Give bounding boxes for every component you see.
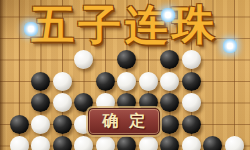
white-stone bbox=[139, 72, 158, 91]
black-stone bbox=[117, 136, 136, 150]
black-stone bbox=[117, 50, 136, 69]
white-stone bbox=[10, 136, 29, 150]
white-stone bbox=[182, 93, 201, 112]
white-stone bbox=[31, 115, 50, 134]
white-stone bbox=[31, 136, 50, 150]
black-stone bbox=[160, 136, 179, 150]
black-stone bbox=[10, 115, 29, 134]
white-stone bbox=[74, 50, 93, 69]
black-stone bbox=[96, 72, 115, 91]
white-stone bbox=[74, 136, 93, 150]
black-stone bbox=[160, 115, 179, 134]
white-stone bbox=[182, 136, 201, 150]
black-stone bbox=[160, 93, 179, 112]
black-stone bbox=[203, 136, 222, 150]
white-stone bbox=[139, 136, 158, 150]
game-screen: 五子连珠 确定 bbox=[0, 0, 250, 150]
white-stone bbox=[182, 50, 201, 69]
black-stone bbox=[182, 115, 201, 134]
black-stone bbox=[160, 50, 179, 69]
white-stone bbox=[225, 136, 244, 150]
white-stone bbox=[53, 93, 72, 112]
confirm-button[interactable]: 确定 bbox=[88, 108, 160, 135]
white-stone bbox=[96, 136, 115, 150]
black-stone bbox=[182, 72, 201, 91]
white-stone bbox=[117, 72, 136, 91]
black-stone bbox=[31, 72, 50, 91]
black-stone bbox=[31, 93, 50, 112]
black-stone bbox=[53, 136, 72, 150]
white-stone bbox=[53, 72, 72, 91]
white-stone bbox=[160, 72, 179, 91]
black-stone bbox=[53, 115, 72, 134]
